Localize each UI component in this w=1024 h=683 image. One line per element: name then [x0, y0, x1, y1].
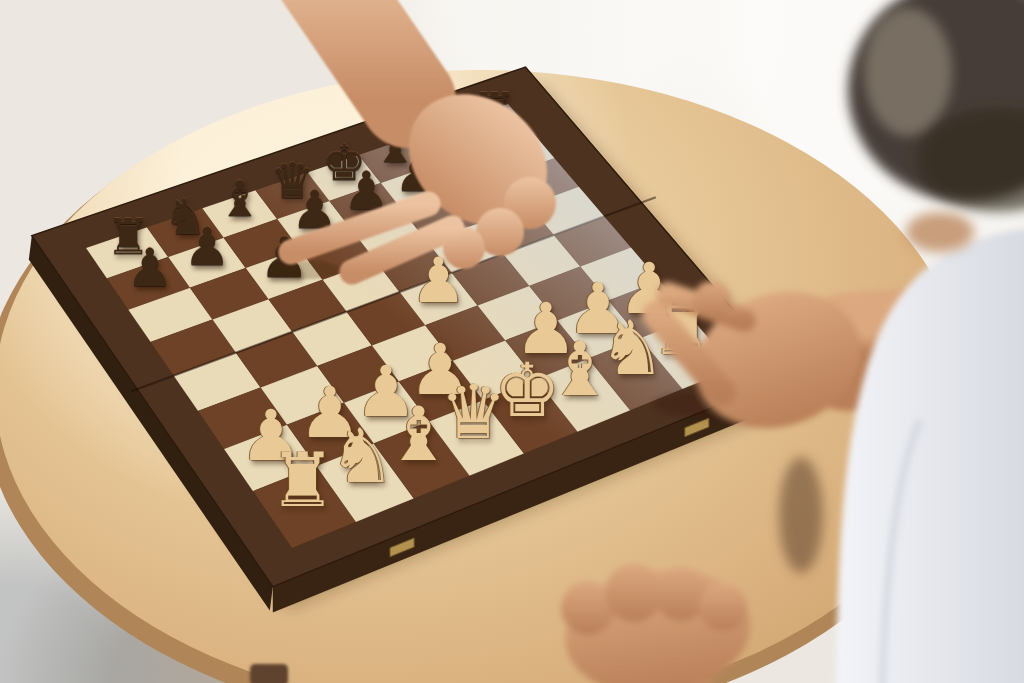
white-player-grey-hair: [864, 8, 952, 136]
players-overlay: [0, 0, 1024, 683]
under-table-gap-shadow: [779, 457, 823, 573]
black-player-forearm: [302, 0, 408, 100]
white-player-neck: [906, 212, 974, 252]
white-player-fist: [557, 558, 758, 683]
knuckle: [699, 583, 747, 631]
finger-shadow: [269, 261, 341, 279]
knuckle: [693, 281, 731, 319]
scene: ♜♞♟♝♟♚♟♛♟♝♟♞♜♟♟♟♟♟♟♟♜♞♟♝♟♚♟♛♝♟♞♜: [0, 0, 1024, 683]
black-player-arm: [269, 0, 573, 279]
